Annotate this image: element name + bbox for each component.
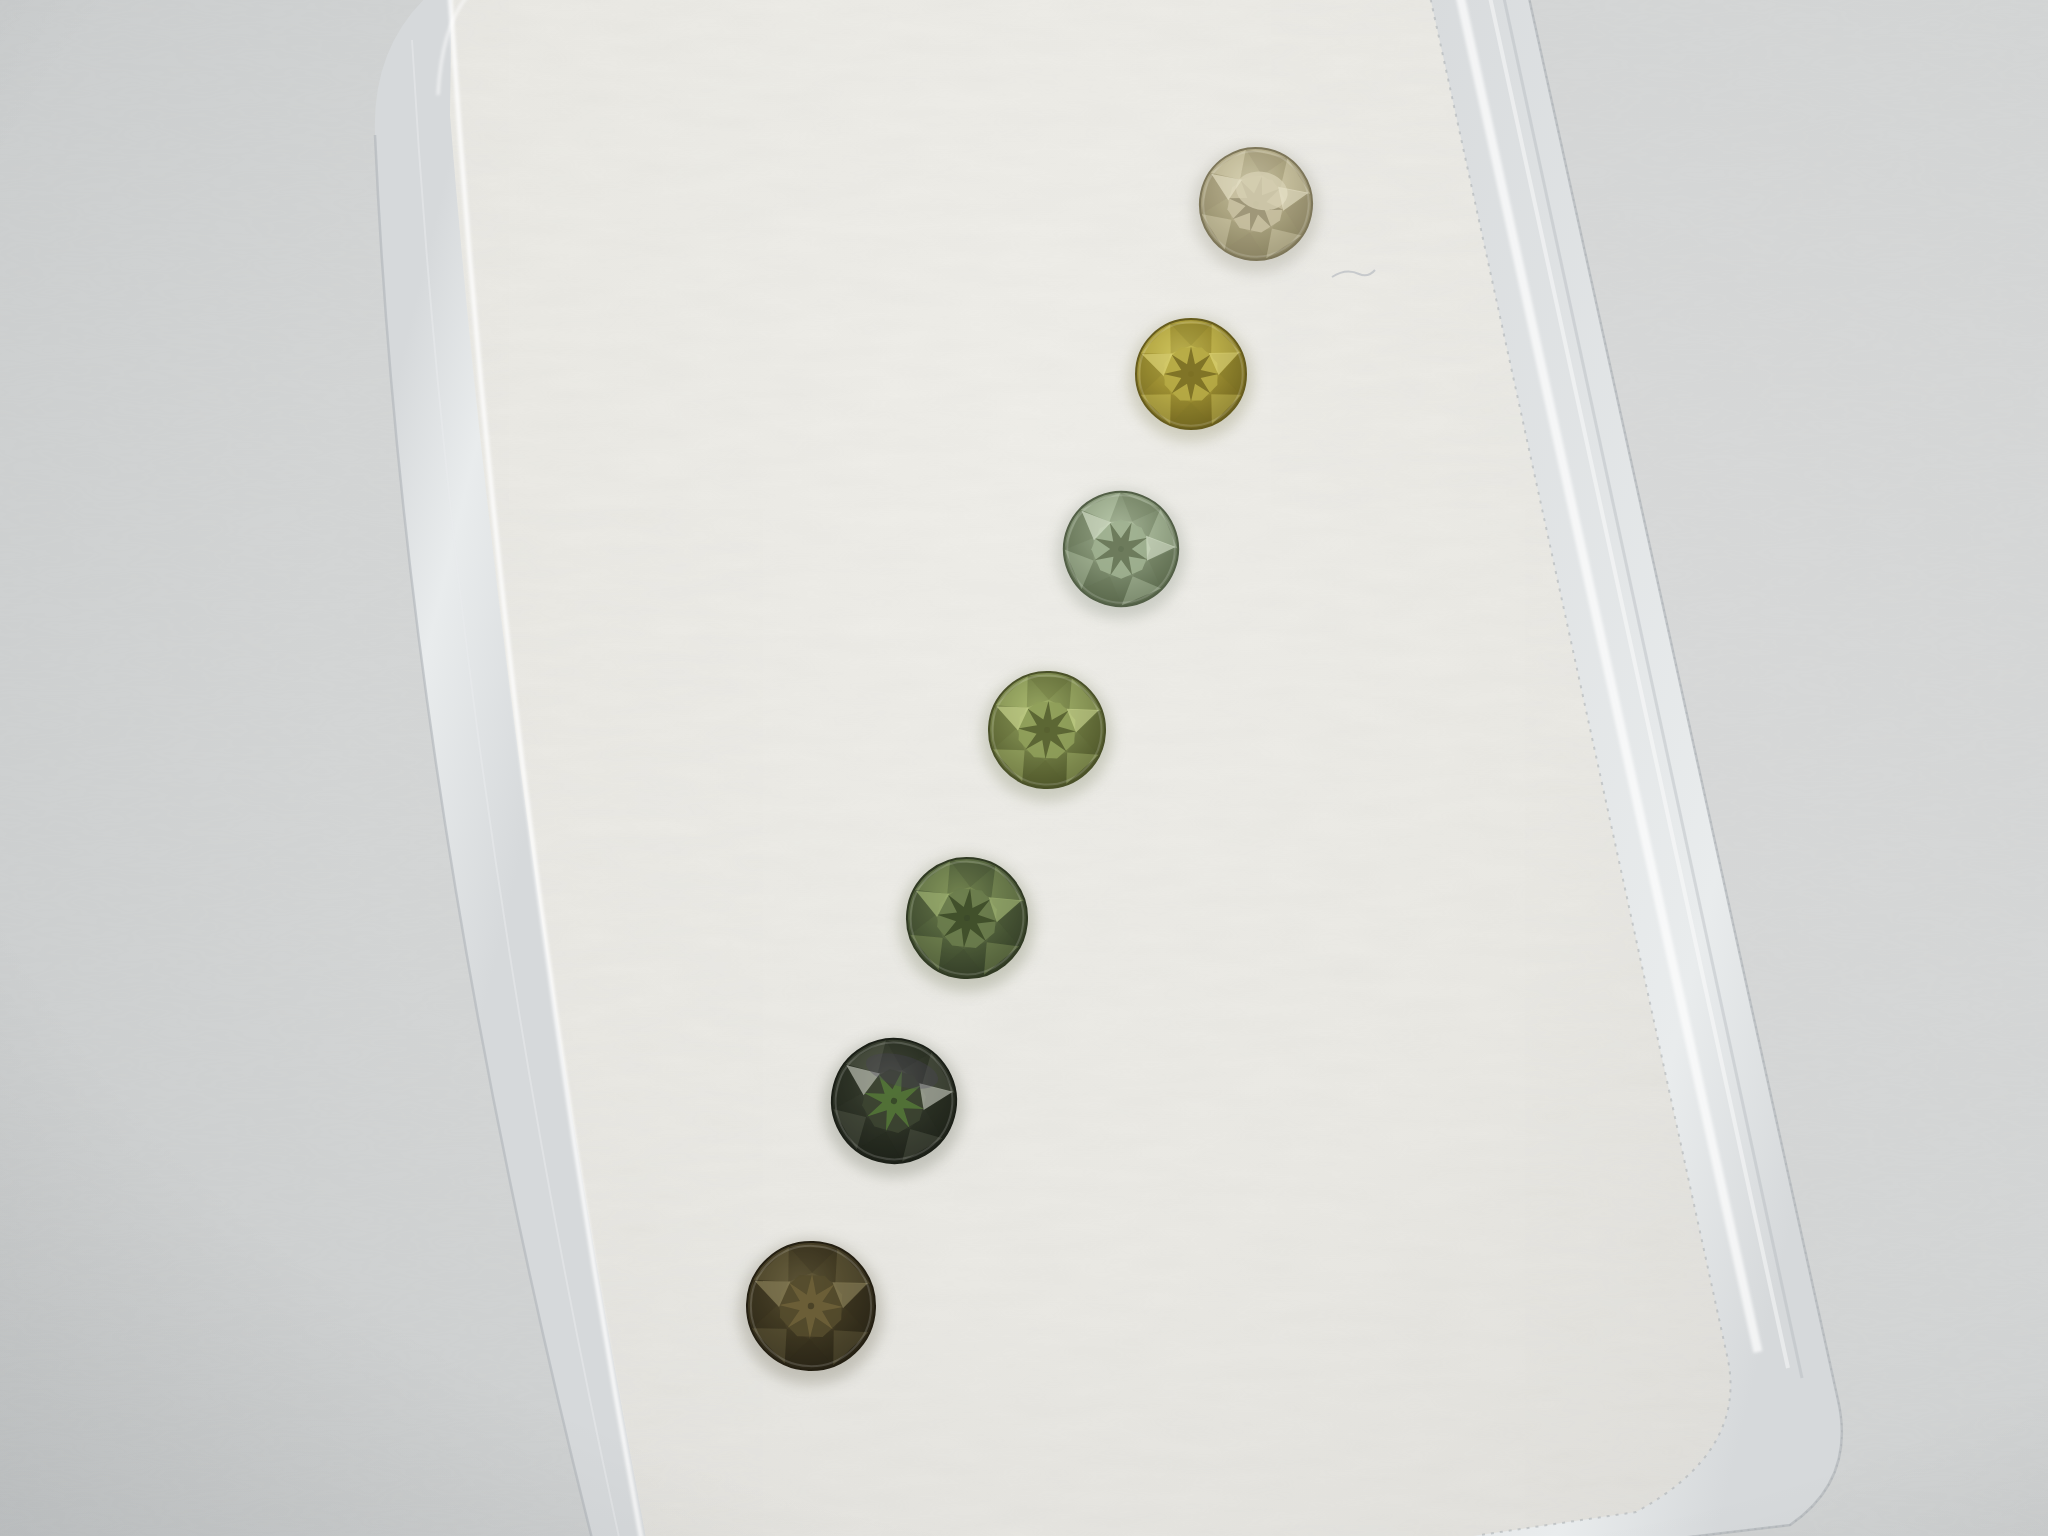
vignette bbox=[0, 0, 2048, 1536]
gem-case-photo bbox=[0, 0, 2048, 1536]
photo-stage bbox=[0, 0, 2048, 1536]
